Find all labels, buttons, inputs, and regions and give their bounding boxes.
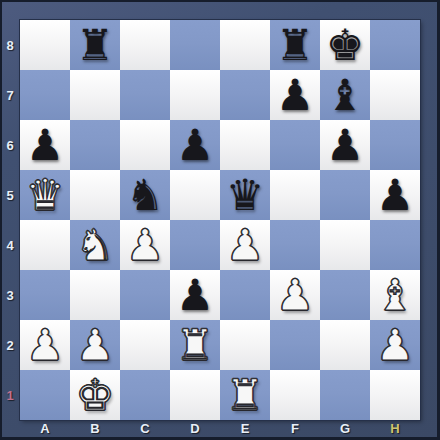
square-c5[interactable]: ♞ (120, 170, 170, 220)
file-label-d: D (170, 420, 220, 437)
square-b5[interactable] (70, 170, 120, 220)
square-g7[interactable]: ♝ (320, 70, 370, 120)
square-d3[interactable]: ♟ (170, 270, 220, 320)
square-g8[interactable]: ♚ (320, 20, 370, 70)
square-b3[interactable] (70, 270, 120, 320)
piece-black-queen[interactable]: ♛ (226, 170, 265, 220)
square-f6[interactable] (270, 120, 320, 170)
square-g3[interactable] (320, 270, 370, 320)
rank-label-8: 8 (0, 20, 20, 70)
piece-white-rook[interactable]: ♜ (176, 320, 215, 370)
file-label-g: G (320, 420, 370, 437)
file-label-a: A (20, 420, 70, 437)
piece-white-rook[interactable]: ♜ (226, 370, 265, 420)
piece-black-rook[interactable]: ♜ (276, 20, 315, 70)
square-a1[interactable] (20, 370, 70, 420)
square-d7[interactable] (170, 70, 220, 120)
piece-black-bishop[interactable]: ♝ (326, 70, 365, 120)
piece-black-pawn[interactable]: ♟ (176, 270, 215, 320)
rank-label-4: 4 (0, 220, 20, 270)
square-f3[interactable]: ♟ (270, 270, 320, 320)
square-h2[interactable]: ♟ (370, 320, 420, 370)
file-label-h: H (370, 420, 420, 437)
piece-white-pawn[interactable]: ♟ (26, 320, 65, 370)
square-b4[interactable]: ♞ (70, 220, 120, 270)
square-e7[interactable] (220, 70, 270, 120)
file-labels: ABCDEFGH (20, 420, 420, 437)
square-h5[interactable]: ♟ (370, 170, 420, 220)
square-d5[interactable] (170, 170, 220, 220)
square-b8[interactable]: ♜ (70, 20, 120, 70)
square-c3[interactable] (120, 270, 170, 320)
square-e2[interactable] (220, 320, 270, 370)
square-e6[interactable] (220, 120, 270, 170)
square-e4[interactable]: ♟ (220, 220, 270, 270)
square-a6[interactable]: ♟ (20, 120, 70, 170)
piece-black-pawn[interactable]: ♟ (326, 120, 365, 170)
square-a7[interactable] (20, 70, 70, 120)
square-g6[interactable]: ♟ (320, 120, 370, 170)
square-f1[interactable] (270, 370, 320, 420)
piece-white-king[interactable]: ♚ (76, 370, 115, 420)
piece-white-knight[interactable]: ♞ (76, 220, 115, 270)
rank-label-7: 7 (0, 70, 20, 120)
square-c7[interactable] (120, 70, 170, 120)
piece-black-rook[interactable]: ♜ (76, 20, 115, 70)
square-h8[interactable] (370, 20, 420, 70)
file-label-f: F (270, 420, 320, 437)
square-b6[interactable] (70, 120, 120, 170)
square-g1[interactable] (320, 370, 370, 420)
square-g4[interactable] (320, 220, 370, 270)
square-f5[interactable] (270, 170, 320, 220)
square-a8[interactable] (20, 20, 70, 70)
piece-white-pawn[interactable]: ♟ (376, 320, 415, 370)
square-f2[interactable] (270, 320, 320, 370)
square-a3[interactable] (20, 270, 70, 320)
square-e3[interactable] (220, 270, 270, 320)
square-g2[interactable] (320, 320, 370, 370)
square-h4[interactable] (370, 220, 420, 270)
square-e8[interactable] (220, 20, 270, 70)
square-a2[interactable]: ♟ (20, 320, 70, 370)
file-label-b: B (70, 420, 120, 437)
piece-white-pawn[interactable]: ♟ (126, 220, 165, 270)
rank-label-5: 5 (0, 170, 20, 220)
rank-label-2: 2 (0, 320, 20, 370)
square-f4[interactable] (270, 220, 320, 270)
piece-black-pawn[interactable]: ♟ (276, 70, 315, 120)
square-e1[interactable]: ♜ (220, 370, 270, 420)
square-b7[interactable] (70, 70, 120, 120)
square-c6[interactable] (120, 120, 170, 170)
piece-white-pawn[interactable]: ♟ (276, 270, 315, 320)
rank-label-3: 3 (0, 270, 20, 320)
piece-white-bishop[interactable]: ♝ (376, 270, 415, 320)
square-e5[interactable]: ♛ (220, 170, 270, 220)
square-f8[interactable]: ♜ (270, 20, 320, 70)
square-h3[interactable]: ♝ (370, 270, 420, 320)
square-b2[interactable]: ♟ (70, 320, 120, 370)
square-b1[interactable]: ♚ (70, 370, 120, 420)
square-c2[interactable] (120, 320, 170, 370)
piece-black-pawn[interactable]: ♟ (376, 170, 415, 220)
piece-white-queen[interactable]: ♛ (26, 170, 65, 220)
square-a5[interactable]: ♛ (20, 170, 70, 220)
square-d1[interactable] (170, 370, 220, 420)
square-f7[interactable]: ♟ (270, 70, 320, 120)
file-label-e: E (220, 420, 270, 437)
piece-black-pawn[interactable]: ♟ (26, 120, 65, 170)
square-d2[interactable]: ♜ (170, 320, 220, 370)
rank-label-6: 6 (0, 120, 20, 170)
square-h7[interactable] (370, 70, 420, 120)
square-c1[interactable] (120, 370, 170, 420)
square-g5[interactable] (320, 170, 370, 220)
file-label-c: C (120, 420, 170, 437)
piece-black-knight[interactable]: ♞ (126, 170, 165, 220)
rank-labels: 87654321 (0, 20, 20, 420)
square-a4[interactable] (20, 220, 70, 270)
piece-black-king[interactable]: ♚ (326, 20, 365, 70)
square-h6[interactable] (370, 120, 420, 170)
piece-white-pawn[interactable]: ♟ (76, 320, 115, 370)
rank-label-1: 1 (0, 370, 20, 420)
square-c4[interactable]: ♟ (120, 220, 170, 270)
piece-white-pawn[interactable]: ♟ (226, 220, 265, 270)
square-d6[interactable]: ♟ (170, 120, 220, 170)
square-c8[interactable] (120, 20, 170, 70)
piece-black-pawn[interactable]: ♟ (176, 120, 215, 170)
chessboard-frame: 87654321 ♜♜♚♟♝♟♟♟♛♞♛♟♞♟♟♟♟♝♟♟♜♟♚♜ ABCDEF… (0, 0, 440, 440)
square-h1[interactable] (370, 370, 420, 420)
chess-board: ♜♜♚♟♝♟♟♟♛♞♛♟♞♟♟♟♟♝♟♟♜♟♚♜ (20, 20, 420, 420)
square-d4[interactable] (170, 220, 220, 270)
square-d8[interactable] (170, 20, 220, 70)
